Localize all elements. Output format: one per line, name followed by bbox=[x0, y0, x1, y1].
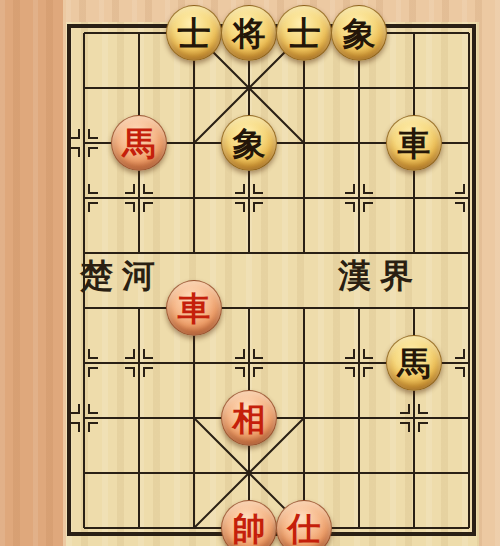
xiangqi-game-screen: 楚河 漢界 士将士象馬象車車馬相帥仕 bbox=[0, 0, 500, 546]
black-elephant-right-piece[interactable]: 象 bbox=[331, 5, 387, 61]
board-grid[interactable]: 士将士象馬象車車馬相帥仕 bbox=[57, 6, 497, 546]
black-chariot-piece[interactable]: 車 bbox=[386, 115, 442, 171]
red-general-piece[interactable]: 帥 bbox=[221, 500, 277, 546]
red-chariot-piece[interactable]: 車 bbox=[166, 280, 222, 336]
red-advisor-piece[interactable]: 仕 bbox=[276, 500, 332, 546]
black-horse-piece[interactable]: 馬 bbox=[386, 335, 442, 391]
red-horse-piece[interactable]: 馬 bbox=[111, 115, 167, 171]
red-elephant-piece[interactable]: 相 bbox=[221, 390, 277, 446]
black-general-piece[interactable]: 将 bbox=[221, 5, 277, 61]
black-advisor-right-piece[interactable]: 士 bbox=[276, 5, 332, 61]
black-elephant-center-piece[interactable]: 象 bbox=[221, 115, 277, 171]
black-advisor-left-piece[interactable]: 士 bbox=[166, 5, 222, 61]
